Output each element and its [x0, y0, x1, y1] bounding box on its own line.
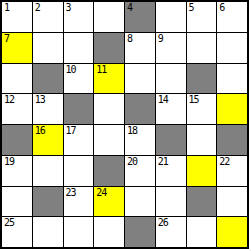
grid-cell[interactable] [156, 187, 186, 217]
grid-cell[interactable]: 18 [125, 125, 155, 155]
grid-cell[interactable] [64, 217, 94, 247]
blocked-cell [156, 125, 186, 155]
grid-cell[interactable]: 3 [64, 2, 94, 32]
grid-cell[interactable]: 19 [2, 156, 32, 186]
grid-cell[interactable]: 21 [156, 156, 186, 186]
clue-number: 20 [127, 156, 137, 168]
blocked-cell [217, 125, 247, 155]
grid-cell[interactable] [64, 33, 94, 63]
grid-cell[interactable]: 1 [2, 2, 32, 32]
grid-cell[interactable]: 6 [217, 2, 247, 32]
highlighted-cell[interactable]: 11 [94, 64, 124, 94]
grid-cell[interactable] [187, 33, 217, 63]
grid-cell[interactable]: 9 [156, 33, 186, 63]
clue-number: 4 [127, 2, 132, 14]
grid-cell[interactable]: 5 [187, 2, 217, 32]
grid-cell[interactable] [217, 33, 247, 63]
clue-number: 23 [66, 187, 76, 199]
grid-cell[interactable] [2, 187, 32, 217]
blocked-cell [2, 125, 32, 155]
grid-cell[interactable] [156, 64, 186, 94]
clue-number: 14 [158, 94, 168, 106]
highlighted-cell[interactable] [187, 156, 217, 186]
clue-number: 21 [158, 156, 168, 168]
grid-cell[interactable] [33, 156, 63, 186]
clue-number: 9 [158, 33, 163, 45]
clue-number: 10 [66, 64, 76, 76]
blocked-cell [94, 156, 124, 186]
blocked-cell [125, 217, 155, 247]
grid-cell[interactable] [33, 33, 63, 63]
grid-cell[interactable] [33, 217, 63, 247]
grid-cell[interactable] [64, 156, 94, 186]
clue-number: 19 [4, 156, 14, 168]
grid-cell[interactable]: 10 [64, 64, 94, 94]
grid-cell[interactable]: 26 [156, 217, 186, 247]
grid-cell[interactable]: 17 [64, 125, 94, 155]
clue-number: 24 [96, 187, 106, 199]
clue-number: 18 [127, 125, 137, 137]
highlighted-cell[interactable]: 7 [2, 33, 32, 63]
grid-cell[interactable] [217, 64, 247, 94]
clue-number: 22 [219, 156, 229, 168]
grid-cell[interactable]: 25 [2, 217, 32, 247]
highlighted-cell[interactable] [217, 217, 247, 247]
grid-cell[interactable] [94, 2, 124, 32]
highlighted-cell[interactable]: 16 [33, 125, 63, 155]
grid-cell[interactable] [156, 2, 186, 32]
blocked-cell [187, 187, 217, 217]
clue-number: 1 [4, 2, 9, 14]
grid-cell[interactable] [94, 94, 124, 124]
blocked-cell [125, 94, 155, 124]
clue-number: 6 [219, 2, 224, 14]
clue-number: 15 [189, 94, 199, 106]
highlighted-cell[interactable] [217, 94, 247, 124]
grid-cell[interactable] [125, 64, 155, 94]
grid-cell[interactable] [187, 125, 217, 155]
clue-number: 26 [158, 217, 168, 229]
clue-number: 2 [35, 2, 40, 14]
clue-number: 13 [35, 94, 45, 106]
grid-cell[interactable] [187, 217, 217, 247]
grid-cell[interactable] [125, 187, 155, 217]
blocked-cell: 4 [125, 2, 155, 32]
clue-number: 5 [189, 2, 194, 14]
clue-number: 11 [96, 64, 106, 76]
crossword-board: 1234567891011121314151617181920212223242… [0, 0, 249, 249]
grid-cell[interactable]: 13 [33, 94, 63, 124]
blocked-cell [187, 64, 217, 94]
grid-cell[interactable] [94, 217, 124, 247]
grid-cell[interactable]: 14 [156, 94, 186, 124]
blocked-cell [64, 94, 94, 124]
grid-cell[interactable]: 12 [2, 94, 32, 124]
grid-cell[interactable]: 22 [217, 156, 247, 186]
blocked-cell [33, 187, 63, 217]
grid-cell[interactable] [94, 125, 124, 155]
grid-cell[interactable]: 15 [187, 94, 217, 124]
grid-cell[interactable]: 23 [64, 187, 94, 217]
highlighted-cell[interactable]: 24 [94, 187, 124, 217]
grid-cell[interactable] [217, 187, 247, 217]
clue-number: 8 [127, 33, 132, 45]
clue-number: 17 [66, 125, 76, 137]
grid-cell[interactable] [2, 64, 32, 94]
blocked-cell [33, 64, 63, 94]
clue-number: 16 [35, 125, 45, 137]
clue-number: 12 [4, 94, 14, 106]
grid-cell[interactable]: 20 [125, 156, 155, 186]
clue-number: 7 [4, 33, 9, 45]
grid-cell[interactable]: 2 [33, 2, 63, 32]
clue-number: 3 [66, 2, 71, 14]
grid-cell[interactable]: 8 [125, 33, 155, 63]
blocked-cell [94, 33, 124, 63]
clue-number: 25 [4, 217, 14, 229]
